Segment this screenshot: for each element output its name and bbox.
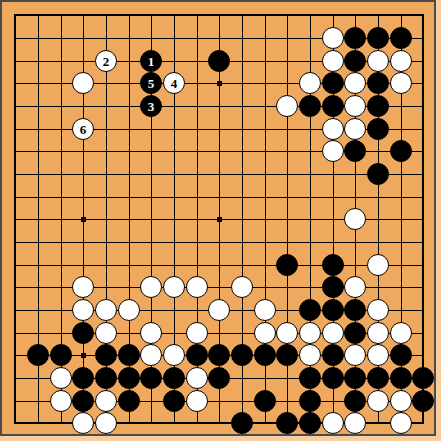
move-number-label: 2 xyxy=(103,55,110,68)
go-stone-black[interactable]: 5 xyxy=(140,72,162,94)
go-stone-black[interactable] xyxy=(72,322,94,344)
go-stone-white[interactable] xyxy=(72,412,94,434)
go-stone-black[interactable] xyxy=(254,390,276,412)
go-stone-black[interactable] xyxy=(27,344,49,366)
go-stone-white[interactable] xyxy=(367,254,389,276)
go-stone-white[interactable] xyxy=(322,412,344,434)
go-stone-white[interactable] xyxy=(322,322,344,344)
move-number-label: 5 xyxy=(148,77,155,90)
go-stone-white[interactable] xyxy=(390,390,412,412)
go-stone-white[interactable] xyxy=(367,299,389,321)
go-stone-white[interactable] xyxy=(254,322,276,344)
go-stone-black[interactable] xyxy=(208,344,230,366)
star-point xyxy=(217,81,222,86)
go-stone-white[interactable] xyxy=(50,367,72,389)
go-stone-black[interactable] xyxy=(367,163,389,185)
go-stone-black[interactable] xyxy=(140,367,162,389)
go-stone-black[interactable] xyxy=(367,118,389,140)
go-stone-white[interactable] xyxy=(322,50,344,72)
go-stone-black[interactable] xyxy=(186,344,208,366)
go-stone-white[interactable] xyxy=(344,344,366,366)
go-stone-white[interactable] xyxy=(95,322,117,344)
move-number-label: 1 xyxy=(148,55,155,68)
grid-line-vertical xyxy=(422,14,424,424)
go-stone-white[interactable] xyxy=(140,344,162,366)
go-stone-white[interactable] xyxy=(72,299,94,321)
go-stone-black[interactable] xyxy=(390,27,412,49)
go-stone-white[interactable] xyxy=(208,299,230,321)
go-stone-black[interactable] xyxy=(299,95,321,117)
go-stone-black[interactable] xyxy=(344,367,366,389)
go-stone-white[interactable] xyxy=(118,299,140,321)
go-stone-black[interactable] xyxy=(254,344,276,366)
go-stone-black[interactable] xyxy=(299,412,321,434)
go-stone-black[interactable] xyxy=(367,367,389,389)
go-stone-black[interactable] xyxy=(276,412,298,434)
go-stone-black[interactable]: 3 xyxy=(140,95,162,117)
go-stone-white[interactable] xyxy=(390,322,412,344)
go-stone-black[interactable] xyxy=(322,276,344,298)
go-stone-white[interactable] xyxy=(186,367,208,389)
go-stone-black[interactable] xyxy=(322,344,344,366)
go-stone-black[interactable] xyxy=(390,367,412,389)
star-point xyxy=(217,217,222,222)
go-stone-black[interactable] xyxy=(344,140,366,162)
go-stone-white[interactable] xyxy=(276,95,298,117)
go-stone-black[interactable] xyxy=(322,299,344,321)
go-stone-black[interactable] xyxy=(72,390,94,412)
go-stone-white[interactable] xyxy=(163,276,185,298)
go-stone-white[interactable] xyxy=(367,322,389,344)
go-stone-white[interactable] xyxy=(344,208,366,230)
go-stone-black[interactable] xyxy=(344,50,366,72)
go-stone-white[interactable]: 4 xyxy=(163,72,185,94)
go-stone-white[interactable] xyxy=(344,72,366,94)
go-stone-black[interactable] xyxy=(390,344,412,366)
go-stone-white[interactable] xyxy=(322,140,344,162)
go-stone-white[interactable]: 6 xyxy=(72,118,94,140)
go-stone-white[interactable]: 2 xyxy=(95,50,117,72)
go-stone-white[interactable] xyxy=(322,27,344,49)
go-stone-white[interactable] xyxy=(50,390,72,412)
go-stone-white[interactable] xyxy=(390,72,412,94)
go-stone-white[interactable] xyxy=(140,322,162,344)
go-stone-white[interactable] xyxy=(231,276,253,298)
go-stone-white[interactable] xyxy=(344,276,366,298)
go-stone-white[interactable] xyxy=(276,322,298,344)
go-stone-black[interactable] xyxy=(231,412,253,434)
go-stone-white[interactable] xyxy=(344,412,366,434)
go-stone-white[interactable] xyxy=(322,118,344,140)
go-stone-black[interactable] xyxy=(118,344,140,366)
go-stone-white[interactable] xyxy=(299,344,321,366)
grid-line-horizontal xyxy=(14,265,424,266)
move-number-label: 4 xyxy=(171,77,178,90)
go-stone-black[interactable] xyxy=(412,367,434,389)
go-stone-white[interactable] xyxy=(95,390,117,412)
go-stone-black[interactable] xyxy=(367,95,389,117)
go-stone-white[interactable] xyxy=(163,344,185,366)
go-board[interactable]: 215436 xyxy=(0,0,436,436)
go-stone-black[interactable] xyxy=(163,390,185,412)
move-number-label: 3 xyxy=(148,100,155,113)
go-stone-white[interactable] xyxy=(299,322,321,344)
star-point xyxy=(81,217,86,222)
go-stone-white[interactable] xyxy=(390,50,412,72)
star-point xyxy=(81,353,86,358)
go-stone-white[interactable] xyxy=(367,50,389,72)
go-stone-black[interactable] xyxy=(276,344,298,366)
go-stone-black[interactable] xyxy=(390,140,412,162)
go-stone-white[interactable] xyxy=(140,276,162,298)
go-stone-black[interactable] xyxy=(412,390,434,412)
go-stone-black[interactable] xyxy=(118,367,140,389)
go-stone-black[interactable] xyxy=(231,344,253,366)
go-stone-black[interactable] xyxy=(72,367,94,389)
screenshot-root: 215436 xyxy=(0,0,441,441)
go-stone-black[interactable] xyxy=(322,254,344,276)
go-stone-black[interactable] xyxy=(344,27,366,49)
go-stone-white[interactable] xyxy=(254,299,276,321)
go-stone-black[interactable] xyxy=(276,254,298,276)
go-stone-black[interactable] xyxy=(322,367,344,389)
go-stone-black[interactable] xyxy=(322,72,344,94)
go-stone-black[interactable] xyxy=(208,50,230,72)
go-stone-black[interactable] xyxy=(299,390,321,412)
move-number-label: 6 xyxy=(80,123,87,136)
go-stone-black[interactable] xyxy=(367,27,389,49)
go-stone-black[interactable] xyxy=(208,367,230,389)
go-stone-black[interactable] xyxy=(118,390,140,412)
go-stone-black[interactable] xyxy=(163,367,185,389)
go-stone-white[interactable] xyxy=(299,72,321,94)
go-stone-black[interactable] xyxy=(344,322,366,344)
go-stone-white[interactable] xyxy=(367,390,389,412)
go-stone-white[interactable] xyxy=(95,299,117,321)
go-stone-black[interactable] xyxy=(95,344,117,366)
go-stone-white[interactable] xyxy=(367,344,389,366)
go-stone-white[interactable] xyxy=(186,276,208,298)
go-stone-black[interactable]: 1 xyxy=(140,50,162,72)
go-stone-black[interactable] xyxy=(299,367,321,389)
go-stone-white[interactable] xyxy=(186,322,208,344)
go-stone-black[interactable] xyxy=(367,72,389,94)
go-stone-black[interactable] xyxy=(344,299,366,321)
go-stone-white[interactable] xyxy=(72,276,94,298)
go-stone-white[interactable] xyxy=(95,412,117,434)
go-stone-black[interactable] xyxy=(50,344,72,366)
go-stone-white[interactable] xyxy=(186,390,208,412)
go-stone-black[interactable] xyxy=(344,390,366,412)
go-stone-white[interactable] xyxy=(344,118,366,140)
grid-line-horizontal xyxy=(14,242,424,243)
go-stone-black[interactable] xyxy=(95,367,117,389)
go-stone-white[interactable] xyxy=(344,95,366,117)
go-stone-black[interactable] xyxy=(322,95,344,117)
go-stone-white[interactable] xyxy=(390,412,412,434)
go-stone-black[interactable] xyxy=(299,299,321,321)
go-stone-white[interactable] xyxy=(72,72,94,94)
go-board-frame: 215436 xyxy=(0,0,441,441)
